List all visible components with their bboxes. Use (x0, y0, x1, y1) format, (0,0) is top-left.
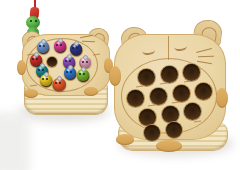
fish-eyes-icon (56, 44, 58, 46)
engraved-seam (168, 36, 169, 60)
worm-eye-icon (30, 20, 32, 22)
fish-hole-empty[interactable] (161, 66, 178, 83)
fish-eyes-icon (66, 71, 68, 73)
fish-hole-empty[interactable] (184, 103, 201, 120)
corner-shade (0, 112, 30, 170)
fish-hole-empty[interactable] (138, 69, 155, 86)
fish-eyes-icon (42, 78, 44, 80)
cat-paw-icon (17, 60, 26, 75)
magnet-ring-icon (40, 63, 45, 68)
fish-hole-empty[interactable] (195, 83, 212, 100)
fish-peg-light_pink[interactable] (80, 57, 91, 68)
fish-hole-empty[interactable] (139, 109, 156, 126)
fish-peg-orange[interactable] (53, 78, 66, 91)
fish-eyes-icon (32, 58, 34, 60)
board-empty (114, 26, 232, 154)
fish-hole-empty[interactable] (127, 90, 144, 107)
fish-hole-empty[interactable] (47, 57, 57, 67)
magnet-ring-icon (44, 72, 49, 77)
cat-paw-icon (216, 88, 228, 108)
product-photo-scene (0, 0, 240, 170)
magnet-ring-icon (81, 67, 86, 72)
magnet-ring-icon (41, 39, 46, 44)
cat-paw-icon (116, 134, 134, 145)
fish-eyes-icon (38, 69, 40, 71)
magnet-ring-icon (68, 65, 73, 70)
fish-hole-empty[interactable] (144, 125, 160, 141)
magnet-ring-icon (83, 55, 88, 60)
magnet-ring-icon (34, 52, 39, 57)
cat-paw-icon (109, 66, 121, 86)
fish-peg-navy[interactable] (70, 43, 82, 55)
fish-hole-empty[interactable] (173, 85, 190, 102)
fish-peg-steel_blue[interactable] (37, 41, 49, 53)
magnet-ring-icon (57, 76, 62, 81)
fish-peg-green[interactable] (77, 69, 89, 81)
fish-eyes-icon (82, 61, 84, 63)
fish-eyes-icon (55, 82, 57, 84)
fish-eyes-icon (72, 47, 74, 49)
cat-paw-icon (84, 87, 98, 96)
fish-hole-empty[interactable] (166, 122, 182, 138)
fish-hole-empty[interactable] (162, 106, 179, 123)
fish-peg-blue[interactable] (64, 67, 76, 79)
worm-eye-icon (35, 20, 37, 22)
fish-peg-yellow[interactable] (40, 74, 52, 86)
cat-paw-icon (156, 140, 182, 152)
fish-eyes-icon (39, 45, 41, 47)
board-with-fish (20, 30, 110, 118)
magnet-ring-icon (74, 41, 79, 46)
fish-peg-magenta[interactable] (54, 40, 66, 52)
fish-eyes-icon (65, 60, 67, 62)
magnet-ring-icon (58, 38, 63, 43)
magnet-ring-icon (67, 54, 72, 59)
fish-eyes-icon (79, 73, 81, 75)
fish-hole-empty[interactable] (150, 88, 167, 105)
cat-paw-icon (24, 89, 38, 98)
fish-hole-empty[interactable] (183, 64, 200, 81)
